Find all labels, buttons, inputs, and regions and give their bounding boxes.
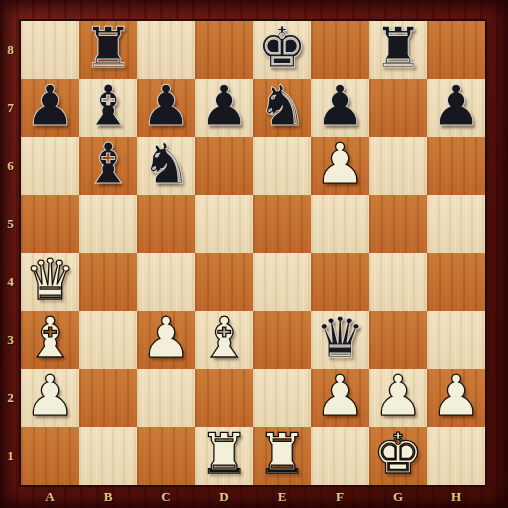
square-a8[interactable] [21, 21, 79, 79]
piece-black-pawn[interactable]: ♟ [315, 78, 365, 134]
square-f2[interactable]: ♟ [311, 369, 369, 427]
square-d8[interactable] [195, 21, 253, 79]
piece-black-pawn[interactable]: ♟ [199, 78, 249, 134]
square-g6[interactable] [369, 137, 427, 195]
piece-white-bishop[interactable]: ♝ [25, 310, 75, 366]
square-h3[interactable] [427, 311, 485, 369]
file-label-b: B [79, 485, 137, 508]
square-d1[interactable]: ♜ [195, 427, 253, 485]
piece-white-pawn[interactable]: ♟ [315, 368, 365, 424]
square-f3[interactable]: ♛ [311, 311, 369, 369]
square-d4[interactable] [195, 253, 253, 311]
square-f1[interactable] [311, 427, 369, 485]
rank-label-6: 6 [0, 137, 21, 195]
square-f6[interactable]: ♟ [311, 137, 369, 195]
square-e4[interactable] [253, 253, 311, 311]
square-g2[interactable]: ♟ [369, 369, 427, 427]
piece-black-rook[interactable]: ♜ [83, 20, 133, 76]
square-b7[interactable]: ♝ [79, 79, 137, 137]
piece-white-queen[interactable]: ♛ [25, 252, 75, 308]
square-d3[interactable]: ♝ [195, 311, 253, 369]
square-a7[interactable]: ♟ [21, 79, 79, 137]
rank-label-2: 2 [0, 369, 21, 427]
rank-label-8: 8 [0, 21, 21, 79]
piece-white-rook[interactable]: ♜ [257, 426, 307, 482]
rank-label-1: 1 [0, 427, 21, 485]
piece-black-king[interactable]: ♚ [257, 20, 307, 76]
file-label-a: A [21, 485, 79, 508]
square-e2[interactable] [253, 369, 311, 427]
square-f5[interactable] [311, 195, 369, 253]
square-b6[interactable]: ♝ [79, 137, 137, 195]
square-d5[interactable] [195, 195, 253, 253]
piece-black-bishop[interactable]: ♝ [83, 136, 133, 192]
square-h8[interactable] [427, 21, 485, 79]
square-g7[interactable] [369, 79, 427, 137]
square-f8[interactable] [311, 21, 369, 79]
square-e6[interactable] [253, 137, 311, 195]
square-d6[interactable] [195, 137, 253, 195]
file-label-g: G [369, 485, 427, 508]
square-e8[interactable]: ♚ [253, 21, 311, 79]
square-h5[interactable] [427, 195, 485, 253]
piece-black-queen[interactable]: ♛ [315, 310, 365, 366]
file-label-c: C [137, 485, 195, 508]
square-d2[interactable] [195, 369, 253, 427]
square-g4[interactable] [369, 253, 427, 311]
rank-labels: 87654321 [0, 21, 21, 485]
square-c5[interactable] [137, 195, 195, 253]
square-c4[interactable] [137, 253, 195, 311]
square-h4[interactable] [427, 253, 485, 311]
file-label-f: F [311, 485, 369, 508]
square-d7[interactable]: ♟ [195, 79, 253, 137]
file-label-d: D [195, 485, 253, 508]
piece-white-pawn[interactable]: ♟ [373, 368, 423, 424]
chessboard-frame: ♜♚♜♟♝♟♟♞♟♟♝♞♟♛♝♟♝♛♟♟♟♟♜♜♚ 87654321 ABCDE… [0, 0, 508, 508]
square-b3[interactable] [79, 311, 137, 369]
square-e1[interactable]: ♜ [253, 427, 311, 485]
square-h1[interactable] [427, 427, 485, 485]
square-h7[interactable]: ♟ [427, 79, 485, 137]
square-c6[interactable]: ♞ [137, 137, 195, 195]
piece-black-pawn[interactable]: ♟ [141, 78, 191, 134]
square-a1[interactable] [21, 427, 79, 485]
piece-white-king[interactable]: ♚ [373, 426, 423, 482]
square-h2[interactable]: ♟ [427, 369, 485, 427]
piece-black-pawn[interactable]: ♟ [25, 78, 75, 134]
piece-white-pawn[interactable]: ♟ [141, 310, 191, 366]
square-h6[interactable] [427, 137, 485, 195]
square-g1[interactable]: ♚ [369, 427, 427, 485]
square-e7[interactable]: ♞ [253, 79, 311, 137]
piece-white-rook[interactable]: ♜ [199, 426, 249, 482]
square-a4[interactable]: ♛ [21, 253, 79, 311]
square-b2[interactable] [79, 369, 137, 427]
piece-black-pawn[interactable]: ♟ [431, 78, 481, 134]
square-c8[interactable] [137, 21, 195, 79]
square-g8[interactable]: ♜ [369, 21, 427, 79]
square-b5[interactable] [79, 195, 137, 253]
rank-label-7: 7 [0, 79, 21, 137]
square-b4[interactable] [79, 253, 137, 311]
rank-label-3: 3 [0, 311, 21, 369]
square-g5[interactable] [369, 195, 427, 253]
square-a6[interactable] [21, 137, 79, 195]
square-e3[interactable] [253, 311, 311, 369]
square-b1[interactable] [79, 427, 137, 485]
square-c2[interactable] [137, 369, 195, 427]
piece-white-pawn[interactable]: ♟ [315, 136, 365, 192]
square-c1[interactable] [137, 427, 195, 485]
rank-label-5: 5 [0, 195, 21, 253]
file-label-e: E [253, 485, 311, 508]
piece-white-bishop[interactable]: ♝ [199, 310, 249, 366]
rank-label-4: 4 [0, 253, 21, 311]
file-labels: ABCDEFGH [21, 485, 485, 508]
piece-white-pawn[interactable]: ♟ [25, 368, 75, 424]
piece-black-bishop[interactable]: ♝ [83, 78, 133, 134]
piece-black-rook[interactable]: ♜ [373, 20, 423, 76]
square-a3[interactable]: ♝ [21, 311, 79, 369]
square-c7[interactable]: ♟ [137, 79, 195, 137]
square-g3[interactable] [369, 311, 427, 369]
square-e5[interactable] [253, 195, 311, 253]
piece-black-knight[interactable]: ♞ [257, 78, 307, 134]
square-f4[interactable] [311, 253, 369, 311]
square-a2[interactable]: ♟ [21, 369, 79, 427]
square-f7[interactable]: ♟ [311, 79, 369, 137]
piece-black-knight[interactable]: ♞ [141, 136, 191, 192]
square-b8[interactable]: ♜ [79, 21, 137, 79]
square-c3[interactable]: ♟ [137, 311, 195, 369]
square-a5[interactable] [21, 195, 79, 253]
piece-white-pawn[interactable]: ♟ [431, 368, 481, 424]
file-label-h: H [427, 485, 485, 508]
chessboard: ♜♚♜♟♝♟♟♞♟♟♝♞♟♛♝♟♝♛♟♟♟♟♜♜♚ [21, 21, 485, 485]
